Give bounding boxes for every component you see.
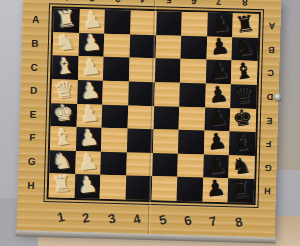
coordinate-label-left-d: D — [20, 78, 47, 102]
piece-black-knight[interactable]: ♞ — [234, 36, 256, 60]
square-c8[interactable]: ♝ — [231, 61, 257, 85]
square-a5[interactable] — [156, 11, 182, 35]
square-c6[interactable] — [180, 59, 206, 83]
square-g3[interactable] — [101, 151, 127, 175]
piece-black-bishop[interactable]: ♝ — [233, 60, 255, 84]
square-h2[interactable]: ♟ — [74, 174, 100, 198]
square-f7[interactable]: ♟ — [204, 131, 230, 155]
square-f6[interactable] — [178, 130, 204, 154]
square-f8[interactable]: ♝ — [229, 131, 255, 155]
piece-black-rook[interactable]: ♜ — [230, 178, 252, 202]
square-d3[interactable] — [103, 81, 129, 105]
piece-white-pawn[interactable]: ♟ — [77, 126, 99, 150]
piece-white-pawn[interactable]: ♟ — [76, 173, 98, 197]
photo-scene: 12345678 12345678 ABCDEFGH ABCDEFGH ♜♟♟♜… — [0, 0, 300, 246]
coordinate-label-right-c: C — [262, 61, 280, 85]
square-h5[interactable] — [151, 176, 177, 200]
square-e3[interactable] — [102, 104, 128, 128]
square-f1[interactable]: ♝ — [50, 126, 76, 150]
coordinate-label-right-a: A — [263, 14, 281, 38]
square-h8[interactable]: ♜ — [228, 179, 254, 203]
piece-black-bishop[interactable]: ♝ — [231, 130, 253, 154]
square-h1[interactable]: ♜ — [49, 174, 75, 198]
square-b6[interactable] — [181, 35, 207, 59]
piece-white-bishop[interactable]: ♝ — [52, 125, 74, 149]
coordinate-label-left-e: E — [20, 102, 47, 126]
square-h7[interactable]: ♟ — [202, 178, 228, 202]
coordinate-label-left-f: F — [19, 126, 46, 150]
coordinate-label-right-f: F — [260, 132, 278, 156]
piece-white-pawn[interactable]: ♟ — [79, 55, 101, 79]
piece-black-pawn[interactable]: ♟ — [207, 59, 229, 83]
piece-black-pawn[interactable]: ♟ — [204, 177, 226, 201]
piece-white-king[interactable]: ♚ — [52, 102, 74, 126]
coordinate-label-left-a: A — [22, 7, 49, 31]
square-a3[interactable] — [104, 10, 130, 34]
piece-black-queen[interactable]: ♛ — [232, 83, 254, 107]
coordinate-label-left-c: C — [21, 55, 48, 79]
square-d5[interactable] — [154, 82, 180, 106]
coordinate-label-bottom-8: 8 — [223, 205, 254, 238]
square-d6[interactable] — [179, 83, 205, 107]
square-g5[interactable] — [152, 153, 178, 177]
square-e5[interactable] — [153, 106, 179, 130]
square-f5[interactable] — [152, 129, 178, 153]
piece-black-pawn[interactable]: ♟ — [205, 130, 227, 154]
square-g6[interactable] — [177, 154, 203, 178]
piece-white-bishop[interactable]: ♝ — [54, 55, 76, 79]
piece-black-king[interactable]: ♚ — [232, 107, 254, 131]
square-c1[interactable]: ♝ — [52, 56, 78, 80]
coordinate-label-left-b: B — [22, 31, 49, 55]
square-c7[interactable]: ♟ — [206, 60, 232, 84]
chess-board: 12345678 12345678 ABCDEFGH ABCDEFGH ♜♟♟♜… — [17, 0, 282, 238]
piece-white-knight[interactable]: ♞ — [54, 31, 76, 55]
square-f3[interactable] — [101, 128, 127, 152]
coordinate-label-right-h: H — [259, 179, 277, 203]
square-e6[interactable] — [179, 106, 205, 130]
square-b3[interactable] — [104, 33, 130, 57]
square-c2[interactable]: ♟ — [78, 56, 104, 80]
piece-black-knight[interactable]: ♞ — [230, 154, 252, 178]
piece-white-rook[interactable]: ♜ — [55, 7, 77, 31]
piece-black-rook[interactable]: ♜ — [234, 12, 256, 36]
square-h3[interactable] — [100, 175, 126, 199]
square-a6[interactable] — [181, 12, 207, 36]
square-c5[interactable] — [154, 58, 180, 82]
piece-white-knight[interactable]: ♞ — [51, 149, 73, 173]
coordinate-label-left-g: G — [18, 149, 45, 173]
square-h6[interactable] — [177, 177, 203, 201]
coordinate-label-right-e: E — [261, 109, 279, 133]
square-b5[interactable] — [155, 35, 181, 59]
square-c3[interactable] — [103, 57, 129, 81]
coordinate-label-left-h: H — [18, 173, 45, 197]
square-f2[interactable]: ♟ — [76, 127, 102, 151]
coordinate-label-right-g: G — [259, 156, 277, 180]
coordinate-label-right-b: B — [263, 38, 281, 62]
piece-white-rook[interactable]: ♜ — [50, 173, 72, 197]
